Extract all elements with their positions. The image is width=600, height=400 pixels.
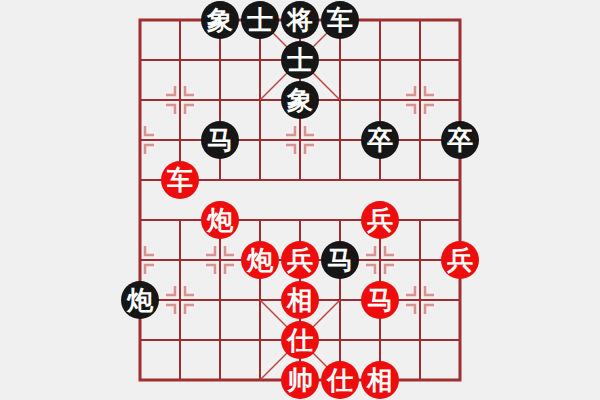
red-soldier[interactable]: 兵 bbox=[441, 241, 479, 279]
board-cell[interactable]: 车 bbox=[320, 0, 360, 40]
board-cell[interactable] bbox=[160, 0, 200, 40]
board-cell[interactable]: 马 bbox=[360, 280, 400, 320]
board-cell[interactable] bbox=[360, 80, 400, 120]
board-cell[interactable] bbox=[440, 360, 480, 400]
board-cell[interactable] bbox=[320, 280, 360, 320]
board-cell[interactable] bbox=[360, 40, 400, 80]
black-soldier[interactable]: 卒 bbox=[361, 121, 399, 159]
board-cell[interactable] bbox=[120, 360, 160, 400]
board-cell[interactable]: 象 bbox=[280, 80, 320, 120]
board-cell[interactable] bbox=[360, 160, 400, 200]
board-cell[interactable] bbox=[200, 320, 240, 360]
board-cell[interactable] bbox=[240, 320, 280, 360]
board-cell[interactable] bbox=[200, 360, 240, 400]
red-elephant[interactable]: 相 bbox=[281, 281, 319, 319]
board-cell[interactable] bbox=[120, 120, 160, 160]
red-soldier[interactable]: 兵 bbox=[281, 241, 319, 279]
board-cell[interactable]: 象 bbox=[200, 0, 240, 40]
board-cell[interactable] bbox=[200, 80, 240, 120]
board-cell[interactable]: 炮 bbox=[200, 200, 240, 240]
board-cell[interactable] bbox=[440, 320, 480, 360]
board-cell[interactable]: 士 bbox=[280, 40, 320, 80]
board-cell[interactable] bbox=[120, 160, 160, 200]
board-cell[interactable] bbox=[280, 200, 320, 240]
board-cell[interactable] bbox=[160, 80, 200, 120]
board-cell[interactable]: 仕 bbox=[320, 360, 360, 400]
board-cell[interactable] bbox=[240, 160, 280, 200]
board-cell[interactable] bbox=[120, 200, 160, 240]
board-cell[interactable] bbox=[400, 80, 440, 120]
board-cell[interactable] bbox=[400, 40, 440, 80]
board-cell[interactable] bbox=[120, 80, 160, 120]
board-cell[interactable] bbox=[200, 160, 240, 200]
board-cell[interactable]: 兵 bbox=[280, 240, 320, 280]
board-cell[interactable] bbox=[320, 120, 360, 160]
board-cell[interactable] bbox=[120, 40, 160, 80]
black-advisor[interactable]: 士 bbox=[241, 1, 279, 39]
board-cell[interactable] bbox=[120, 240, 160, 280]
board-cell[interactable] bbox=[360, 320, 400, 360]
red-elephant[interactable]: 相 bbox=[361, 361, 399, 399]
red-advisor[interactable]: 仕 bbox=[281, 321, 319, 359]
board-cell[interactable] bbox=[320, 200, 360, 240]
board-cell[interactable] bbox=[320, 40, 360, 80]
board-cell[interactable]: 马 bbox=[320, 240, 360, 280]
board-cell[interactable] bbox=[400, 320, 440, 360]
board-cell[interactable] bbox=[320, 320, 360, 360]
board-cell[interactable]: 士 bbox=[240, 0, 280, 40]
board-cell[interactable] bbox=[440, 40, 480, 80]
board-cell[interactable]: 仕 bbox=[280, 320, 320, 360]
board-cell[interactable]: 卒 bbox=[360, 120, 400, 160]
board-cell[interactable] bbox=[200, 240, 240, 280]
board-cell[interactable]: 相 bbox=[280, 280, 320, 320]
red-chariot[interactable]: 车 bbox=[161, 161, 199, 199]
board-cell[interactable]: 兵 bbox=[360, 200, 400, 240]
board-cell[interactable] bbox=[400, 360, 440, 400]
black-advisor[interactable]: 士 bbox=[281, 41, 319, 79]
board-cell[interactable] bbox=[240, 360, 280, 400]
board-cell[interactable] bbox=[120, 0, 160, 40]
board-cell[interactable]: 马 bbox=[200, 120, 240, 160]
board-cell[interactable] bbox=[160, 240, 200, 280]
board-cell[interactable] bbox=[240, 200, 280, 240]
board-cell[interactable] bbox=[160, 320, 200, 360]
red-horse[interactable]: 马 bbox=[361, 281, 399, 319]
board-cell[interactable]: 相 bbox=[360, 360, 400, 400]
piece-grid: 象士将车士象马卒卒车炮兵炮兵马兵炮相马仕帅仕相 bbox=[120, 0, 480, 400]
board-cell[interactable] bbox=[200, 280, 240, 320]
board-cell[interactable] bbox=[440, 0, 480, 40]
board-cell[interactable] bbox=[240, 280, 280, 320]
board-cell[interactable]: 炮 bbox=[120, 280, 160, 320]
black-chariot[interactable]: 车 bbox=[321, 1, 359, 39]
red-advisor[interactable]: 仕 bbox=[321, 361, 359, 399]
board-cell[interactable] bbox=[160, 120, 200, 160]
board-cell[interactable] bbox=[120, 320, 160, 360]
board-cell[interactable] bbox=[400, 160, 440, 200]
board-cell[interactable] bbox=[240, 80, 280, 120]
board-cell[interactable] bbox=[160, 280, 200, 320]
black-general[interactable]: 将 bbox=[281, 1, 319, 39]
board-cell[interactable] bbox=[440, 80, 480, 120]
board-cell[interactable] bbox=[160, 360, 200, 400]
black-horse[interactable]: 马 bbox=[321, 241, 359, 279]
board-cell[interactable]: 帅 bbox=[280, 360, 320, 400]
board-cell[interactable] bbox=[160, 40, 200, 80]
board-cell[interactable] bbox=[200, 40, 240, 80]
red-cannon[interactable]: 炮 bbox=[241, 241, 279, 279]
board-cell[interactable] bbox=[240, 120, 280, 160]
board-cell[interactable] bbox=[160, 200, 200, 240]
xiangqi-board: 象士将车士象马卒卒车炮兵炮兵马兵炮相马仕帅仕相 bbox=[0, 0, 600, 400]
board-cell[interactable] bbox=[400, 200, 440, 240]
red-soldier[interactable]: 兵 bbox=[361, 201, 399, 239]
board-cell[interactable]: 炮 bbox=[240, 240, 280, 280]
red-general[interactable]: 帅 bbox=[281, 361, 319, 399]
board-cell[interactable] bbox=[240, 40, 280, 80]
board-cell[interactable] bbox=[440, 160, 480, 200]
board-cell[interactable] bbox=[360, 0, 400, 40]
black-cannon[interactable]: 炮 bbox=[121, 281, 159, 319]
board-cell[interactable] bbox=[440, 280, 480, 320]
black-horse[interactable]: 马 bbox=[201, 121, 239, 159]
board-cell[interactable] bbox=[280, 120, 320, 160]
board-cell[interactable] bbox=[400, 280, 440, 320]
black-elephant[interactable]: 象 bbox=[201, 1, 239, 39]
black-elephant[interactable]: 象 bbox=[281, 81, 319, 119]
board-cell[interactable] bbox=[280, 160, 320, 200]
board-cell[interactable]: 兵 bbox=[440, 240, 480, 280]
board-cell[interactable] bbox=[320, 80, 360, 120]
board-cell[interactable] bbox=[360, 240, 400, 280]
black-soldier[interactable]: 卒 bbox=[441, 121, 479, 159]
board-cell[interactable] bbox=[320, 160, 360, 200]
board-cell[interactable] bbox=[400, 0, 440, 40]
board-cell[interactable] bbox=[400, 120, 440, 160]
board-cell[interactable] bbox=[400, 240, 440, 280]
board-cell[interactable]: 车 bbox=[160, 160, 200, 200]
board-cell[interactable] bbox=[440, 200, 480, 240]
board-cell[interactable]: 卒 bbox=[440, 120, 480, 160]
red-cannon[interactable]: 炮 bbox=[201, 201, 239, 239]
board-cell[interactable]: 将 bbox=[280, 0, 320, 40]
